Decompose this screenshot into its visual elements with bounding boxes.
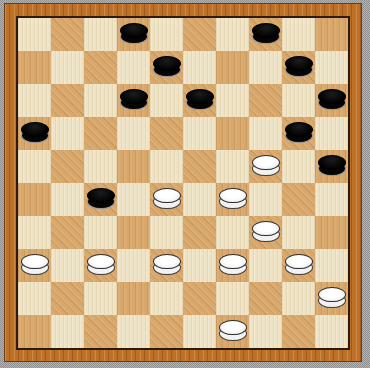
piece-face (285, 254, 313, 269)
piece-face (318, 155, 346, 170)
black-piece[interactable] (87, 188, 115, 209)
white-piece[interactable] (219, 188, 247, 209)
black-piece[interactable] (318, 155, 346, 176)
white-piece[interactable] (219, 320, 247, 341)
board-square[interactable] (282, 315, 315, 348)
piece-face (219, 320, 247, 335)
white-piece[interactable] (318, 287, 346, 308)
board-square[interactable] (216, 249, 249, 282)
board-square[interactable] (315, 315, 348, 348)
piece-face (153, 188, 181, 203)
board-square[interactable] (315, 150, 348, 183)
black-piece[interactable] (153, 56, 181, 77)
white-piece[interactable] (252, 155, 280, 176)
board-square[interactable] (282, 51, 315, 84)
piece-face (153, 254, 181, 269)
board-square[interactable] (249, 117, 282, 150)
board-square[interactable] (18, 183, 51, 216)
board-square[interactable] (117, 315, 150, 348)
board-square[interactable] (18, 18, 51, 51)
board-square[interactable] (315, 183, 348, 216)
board-square[interactable] (150, 18, 183, 51)
board-square[interactable] (282, 150, 315, 183)
board-square[interactable] (216, 117, 249, 150)
board-square[interactable] (84, 183, 117, 216)
board-square[interactable] (183, 216, 216, 249)
board-square[interactable] (216, 18, 249, 51)
board-square[interactable] (315, 117, 348, 150)
desktop-background (0, 0, 370, 368)
piece-face (318, 89, 346, 104)
board-square[interactable] (84, 282, 117, 315)
board-square[interactable] (216, 51, 249, 84)
black-piece[interactable] (120, 89, 148, 110)
piece-face (318, 287, 346, 302)
board-square[interactable] (18, 51, 51, 84)
board-square[interactable] (18, 249, 51, 282)
black-piece[interactable] (186, 89, 214, 110)
black-piece[interactable] (252, 23, 280, 44)
black-piece[interactable] (120, 23, 148, 44)
board-square[interactable] (51, 183, 84, 216)
piece-face (252, 23, 280, 38)
board-square[interactable] (249, 84, 282, 117)
board-square[interactable] (249, 150, 282, 183)
piece-face (252, 221, 280, 236)
white-piece[interactable] (153, 254, 181, 275)
board-square[interactable] (216, 282, 249, 315)
piece-face (120, 23, 148, 38)
board-square[interactable] (183, 18, 216, 51)
board-square[interactable] (84, 249, 117, 282)
board-square[interactable] (315, 51, 348, 84)
board-square[interactable] (51, 51, 84, 84)
board-square[interactable] (150, 150, 183, 183)
board-square[interactable] (315, 249, 348, 282)
board-square[interactable] (84, 84, 117, 117)
board-square[interactable] (51, 249, 84, 282)
board-square[interactable] (249, 282, 282, 315)
board-square[interactable] (183, 183, 216, 216)
board-square[interactable] (282, 117, 315, 150)
board-square[interactable] (84, 18, 117, 51)
black-piece[interactable] (21, 122, 49, 143)
board-square[interactable] (315, 216, 348, 249)
board-square[interactable] (150, 216, 183, 249)
board-square[interactable] (51, 282, 84, 315)
board-square[interactable] (117, 51, 150, 84)
piece-face (285, 122, 313, 137)
board-square[interactable] (282, 183, 315, 216)
board-square[interactable] (216, 183, 249, 216)
piece-face (285, 56, 313, 71)
board-square[interactable] (18, 216, 51, 249)
board-square[interactable] (183, 249, 216, 282)
piece-face (21, 122, 49, 137)
board-square[interactable] (216, 216, 249, 249)
board-square[interactable] (18, 117, 51, 150)
board-square[interactable] (18, 282, 51, 315)
board-square[interactable] (249, 216, 282, 249)
piece-face (219, 254, 247, 269)
board-square[interactable] (84, 51, 117, 84)
board-square[interactable] (84, 117, 117, 150)
board-square[interactable] (249, 51, 282, 84)
board-square[interactable] (117, 249, 150, 282)
white-piece[interactable] (285, 254, 313, 275)
board-square[interactable] (117, 282, 150, 315)
board-square[interactable] (150, 183, 183, 216)
piece-face (153, 56, 181, 71)
board-square[interactable] (315, 282, 348, 315)
board-square[interactable] (183, 51, 216, 84)
black-piece[interactable] (285, 122, 313, 143)
board-square[interactable] (183, 84, 216, 117)
board-square[interactable] (150, 84, 183, 117)
board-square[interactable] (51, 117, 84, 150)
board-square[interactable] (117, 150, 150, 183)
white-piece[interactable] (252, 221, 280, 242)
board-square[interactable] (51, 315, 84, 348)
piece-face (120, 89, 148, 104)
board-square[interactable] (84, 315, 117, 348)
board-square[interactable] (249, 183, 282, 216)
board-square[interactable] (150, 117, 183, 150)
board-square[interactable] (216, 315, 249, 348)
board-square[interactable] (150, 51, 183, 84)
board-square[interactable] (249, 315, 282, 348)
board-square[interactable] (249, 18, 282, 51)
board-square[interactable] (282, 249, 315, 282)
board-frame (4, 3, 362, 362)
board-square[interactable] (18, 150, 51, 183)
board-square[interactable] (249, 249, 282, 282)
board-square[interactable] (150, 282, 183, 315)
piece-face (252, 155, 280, 170)
board-square[interactable] (315, 84, 348, 117)
board-square[interactable] (183, 315, 216, 348)
board-square[interactable] (18, 84, 51, 117)
white-piece[interactable] (21, 254, 49, 275)
board-square[interactable] (117, 117, 150, 150)
board-square[interactable] (150, 315, 183, 348)
board-square[interactable] (51, 18, 84, 51)
board-square[interactable] (51, 84, 84, 117)
board-square[interactable] (117, 216, 150, 249)
board-square[interactable] (18, 315, 51, 348)
piece-face (186, 89, 214, 104)
board-square[interactable] (315, 18, 348, 51)
piece-face (87, 188, 115, 203)
board-square[interactable] (84, 216, 117, 249)
board-square[interactable] (84, 150, 117, 183)
checkers-board (16, 16, 350, 350)
board-square[interactable] (150, 249, 183, 282)
piece-face (87, 254, 115, 269)
black-piece[interactable] (318, 89, 346, 110)
board-square[interactable] (117, 183, 150, 216)
piece-face (219, 188, 247, 203)
board-square[interactable] (117, 18, 150, 51)
board-square[interactable] (216, 150, 249, 183)
white-piece[interactable] (153, 188, 181, 209)
white-piece[interactable] (87, 254, 115, 275)
black-piece[interactable] (285, 56, 313, 77)
white-piece[interactable] (219, 254, 247, 275)
board-square[interactable] (282, 18, 315, 51)
board-square[interactable] (183, 117, 216, 150)
board-square[interactable] (117, 84, 150, 117)
board-square[interactable] (282, 84, 315, 117)
board-square[interactable] (183, 150, 216, 183)
piece-face (21, 254, 49, 269)
board-square[interactable] (282, 282, 315, 315)
board-square[interactable] (51, 150, 84, 183)
board-square[interactable] (282, 216, 315, 249)
board-square[interactable] (216, 84, 249, 117)
board-square[interactable] (51, 216, 84, 249)
board-square[interactable] (183, 282, 216, 315)
